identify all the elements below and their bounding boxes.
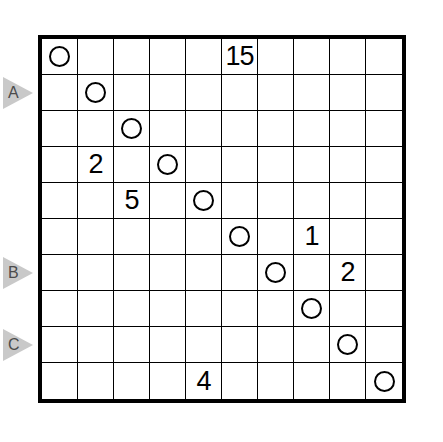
cell-r5c7[interactable] bbox=[258, 183, 294, 219]
number-clue: 2 bbox=[340, 259, 354, 286]
cell-r4c2[interactable]: 2 bbox=[78, 147, 114, 183]
cell-r2c4[interactable] bbox=[150, 75, 186, 111]
cell-r1c9[interactable] bbox=[330, 39, 366, 75]
circle-clue-icon bbox=[193, 190, 214, 211]
cell-r9c6[interactable] bbox=[222, 327, 258, 363]
cell-r4c8[interactable] bbox=[294, 147, 330, 183]
cell-r8c6[interactable] bbox=[222, 291, 258, 327]
cell-r3c4[interactable] bbox=[150, 111, 186, 147]
cell-r8c2[interactable] bbox=[78, 291, 114, 327]
cell-r4c5[interactable] bbox=[186, 147, 222, 183]
circle-clue-icon bbox=[301, 298, 322, 319]
cell-r3c6[interactable] bbox=[222, 111, 258, 147]
cell-r7c2[interactable] bbox=[78, 255, 114, 291]
circle-clue-icon bbox=[337, 334, 358, 355]
cell-r2c6[interactable] bbox=[222, 75, 258, 111]
cell-r10c6[interactable] bbox=[222, 363, 258, 399]
cell-r1c3[interactable] bbox=[114, 39, 150, 75]
cell-r1c6[interactable]: 15 bbox=[222, 39, 258, 75]
cell-r3c5[interactable] bbox=[186, 111, 222, 147]
cell-r1c8[interactable] bbox=[294, 39, 330, 75]
cell-r5c10[interactable] bbox=[366, 183, 402, 219]
cell-r8c1[interactable] bbox=[42, 291, 78, 327]
cell-r3c7[interactable] bbox=[258, 111, 294, 147]
cell-r6c4[interactable] bbox=[150, 219, 186, 255]
cell-r6c8[interactable]: 1 bbox=[294, 219, 330, 255]
circle-clue-icon bbox=[229, 226, 250, 247]
cell-r6c7[interactable] bbox=[258, 219, 294, 255]
cell-r2c8[interactable] bbox=[294, 75, 330, 111]
answer-row-label-b: B bbox=[3, 265, 19, 281]
cell-r10c10[interactable] bbox=[366, 363, 402, 399]
cell-r5c8[interactable] bbox=[294, 183, 330, 219]
cell-r8c9[interactable] bbox=[330, 291, 366, 327]
cell-r7c4[interactable] bbox=[150, 255, 186, 291]
cell-r4c6[interactable] bbox=[222, 147, 258, 183]
cell-r10c8[interactable] bbox=[294, 363, 330, 399]
cell-r4c4[interactable] bbox=[150, 147, 186, 183]
cell-r7c1[interactable] bbox=[42, 255, 78, 291]
cell-r10c9[interactable] bbox=[330, 363, 366, 399]
cell-r9c2[interactable] bbox=[78, 327, 114, 363]
cell-r7c10[interactable] bbox=[366, 255, 402, 291]
number-clue: 1 bbox=[304, 223, 318, 250]
cell-r9c5[interactable] bbox=[186, 327, 222, 363]
circle-clue-icon bbox=[374, 371, 395, 392]
cell-r6c5[interactable] bbox=[186, 219, 222, 255]
cell-r6c1[interactable] bbox=[42, 219, 78, 255]
number-clue: 4 bbox=[196, 368, 210, 395]
puzzle-diagram: A B C 1525124 bbox=[0, 0, 443, 442]
cell-r2c9[interactable] bbox=[330, 75, 366, 111]
answer-row-label-a: A bbox=[3, 85, 19, 101]
cell-r3c9[interactable] bbox=[330, 111, 366, 147]
circle-clue-icon bbox=[157, 154, 178, 175]
cell-r4c10[interactable] bbox=[366, 147, 402, 183]
circle-clue-icon bbox=[265, 262, 286, 283]
circle-clue-icon bbox=[121, 118, 142, 139]
cell-r7c5[interactable] bbox=[186, 255, 222, 291]
number-clue: 15 bbox=[225, 43, 253, 70]
cell-r8c8[interactable] bbox=[294, 291, 330, 327]
cell-r3c2[interactable] bbox=[78, 111, 114, 147]
cell-r7c8[interactable] bbox=[294, 255, 330, 291]
cell-r5c9[interactable] bbox=[330, 183, 366, 219]
cell-r5c6[interactable] bbox=[222, 183, 258, 219]
cell-r1c5[interactable] bbox=[186, 39, 222, 75]
cell-r9c7[interactable] bbox=[258, 327, 294, 363]
circle-clue-icon bbox=[49, 46, 70, 67]
answer-row-arrow-b: B bbox=[3, 257, 33, 289]
cell-r7c3[interactable] bbox=[114, 255, 150, 291]
cell-r4c1[interactable] bbox=[42, 147, 78, 183]
cell-r8c10[interactable] bbox=[366, 291, 402, 327]
cell-r6c6[interactable] bbox=[222, 219, 258, 255]
cell-r4c7[interactable] bbox=[258, 147, 294, 183]
answer-row-label-c: C bbox=[3, 337, 20, 353]
cell-r10c1[interactable] bbox=[42, 363, 78, 399]
cell-r2c3[interactable] bbox=[114, 75, 150, 111]
cell-r5c1[interactable] bbox=[42, 183, 78, 219]
cell-r3c3[interactable] bbox=[114, 111, 150, 147]
cell-r1c7[interactable] bbox=[258, 39, 294, 75]
cell-r8c3[interactable] bbox=[114, 291, 150, 327]
cell-r6c9[interactable] bbox=[330, 219, 366, 255]
cell-r1c2[interactable] bbox=[78, 39, 114, 75]
cell-r3c10[interactable] bbox=[366, 111, 402, 147]
cell-r9c4[interactable] bbox=[150, 327, 186, 363]
cell-r10c4[interactable] bbox=[150, 363, 186, 399]
puzzle-board: 1525124 bbox=[38, 35, 406, 403]
cell-r5c3[interactable]: 5 bbox=[114, 183, 150, 219]
cell-r2c7[interactable] bbox=[258, 75, 294, 111]
cell-r8c4[interactable] bbox=[150, 291, 186, 327]
circle-clue-icon bbox=[85, 82, 106, 103]
cell-r4c9[interactable] bbox=[330, 147, 366, 183]
cell-r3c8[interactable] bbox=[294, 111, 330, 147]
cell-r4c3[interactable] bbox=[114, 147, 150, 183]
cell-r7c7[interactable] bbox=[258, 255, 294, 291]
cell-r2c10[interactable] bbox=[366, 75, 402, 111]
cell-r10c7[interactable] bbox=[258, 363, 294, 399]
cell-r9c8[interactable] bbox=[294, 327, 330, 363]
cell-r8c7[interactable] bbox=[258, 291, 294, 327]
number-clue: 5 bbox=[124, 187, 138, 214]
cell-r10c2[interactable] bbox=[78, 363, 114, 399]
cell-r1c4[interactable] bbox=[150, 39, 186, 75]
number-clue: 2 bbox=[88, 151, 102, 178]
cell-r6c10[interactable] bbox=[366, 219, 402, 255]
cell-r8c5[interactable] bbox=[186, 291, 222, 327]
cell-r7c6[interactable] bbox=[222, 255, 258, 291]
cell-r2c2[interactable] bbox=[78, 75, 114, 111]
cell-r9c3[interactable] bbox=[114, 327, 150, 363]
cell-r5c5[interactable] bbox=[186, 183, 222, 219]
cell-r6c3[interactable] bbox=[114, 219, 150, 255]
cell-r1c10[interactable] bbox=[366, 39, 402, 75]
cell-r3c1[interactable] bbox=[42, 111, 78, 147]
cell-r5c2[interactable] bbox=[78, 183, 114, 219]
cell-r7c9[interactable]: 2 bbox=[330, 255, 366, 291]
cell-r1c1[interactable] bbox=[42, 39, 78, 75]
cell-r2c5[interactable] bbox=[186, 75, 222, 111]
cell-r10c3[interactable] bbox=[114, 363, 150, 399]
cell-r10c5[interactable]: 4 bbox=[186, 363, 222, 399]
cell-r5c4[interactable] bbox=[150, 183, 186, 219]
cell-r9c10[interactable] bbox=[366, 327, 402, 363]
cell-r9c1[interactable] bbox=[42, 327, 78, 363]
cell-r2c1[interactable] bbox=[42, 75, 78, 111]
cell-r6c2[interactable] bbox=[78, 219, 114, 255]
answer-row-arrow-c: C bbox=[3, 329, 33, 361]
answer-row-arrow-a: A bbox=[3, 77, 33, 109]
cell-r9c9[interactable] bbox=[330, 327, 366, 363]
